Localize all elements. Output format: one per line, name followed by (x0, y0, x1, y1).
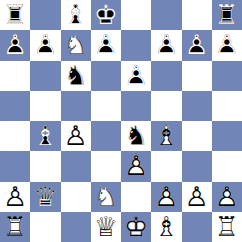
piece-glyph-outline: ♗ (30, 121, 60, 151)
piece-glyph-outline: ♙ (182, 30, 212, 60)
chess-board-container: ♜♖♝♗♚♔♜♖♟♙♟♙♞♘♟♙♟♙♟♙♟♙♞♘♟♙♝♗♟♙♞♘♝♗♟♙♟♙♛♕… (0, 0, 242, 242)
square-b1[interactable] (30, 212, 60, 242)
square-c2[interactable] (61, 182, 91, 212)
square-d2[interactable]: ♞♘ (91, 182, 121, 212)
piece-glyph-outline: ♘ (61, 30, 91, 60)
piece-glyph-outline: ♙ (212, 182, 242, 212)
square-f6[interactable] (151, 61, 181, 91)
piece-glyph-outline: ♕ (30, 182, 60, 212)
square-b7[interactable]: ♟♙ (30, 30, 60, 60)
square-g6[interactable] (182, 61, 212, 91)
square-b8[interactable] (30, 0, 60, 30)
square-e3[interactable]: ♟♙ (121, 151, 151, 181)
square-f1[interactable]: ♝♗ (151, 212, 181, 242)
square-f5[interactable] (151, 91, 181, 121)
piece-glyph-outline: ♕ (91, 212, 121, 242)
square-h5[interactable] (212, 91, 242, 121)
square-g5[interactable] (182, 91, 212, 121)
square-h1[interactable]: ♜♖ (212, 212, 242, 242)
piece-black-bishop[interactable]: ♝♗ (61, 0, 91, 30)
piece-glyph-outline: ♙ (91, 30, 121, 60)
square-c5[interactable] (61, 91, 91, 121)
piece-white-pawn[interactable]: ♟♙ (212, 182, 242, 212)
square-e5[interactable] (121, 91, 151, 121)
piece-white-pawn[interactable]: ♟♙ (61, 121, 91, 151)
piece-black-pawn[interactable]: ♟♙ (0, 30, 30, 60)
square-a4[interactable] (0, 121, 30, 151)
piece-white-rook[interactable]: ♜♖ (0, 212, 30, 242)
square-h3[interactable] (212, 151, 242, 181)
square-d6[interactable] (91, 61, 121, 91)
square-g4[interactable] (182, 121, 212, 151)
piece-black-pawn[interactable]: ♟♙ (121, 61, 151, 91)
square-c4[interactable]: ♟♙ (61, 121, 91, 151)
piece-glyph-outline: ♙ (121, 61, 151, 91)
piece-glyph-outline: ♙ (151, 182, 181, 212)
square-e8[interactable] (121, 0, 151, 30)
square-c1[interactable] (61, 212, 91, 242)
square-h2[interactable]: ♟♙ (212, 182, 242, 212)
square-g3[interactable] (182, 151, 212, 181)
square-c8[interactable]: ♝♗ (61, 0, 91, 30)
square-b3[interactable] (30, 151, 60, 181)
piece-glyph-outline: ♘ (91, 182, 121, 212)
piece-white-queen[interactable]: ♛♕ (91, 212, 121, 242)
square-h7[interactable]: ♟♙ (212, 30, 242, 60)
chess-board: ♜♖♝♗♚♔♜♖♟♙♟♙♞♘♟♙♟♙♟♙♟♙♞♘♟♙♝♗♟♙♞♘♝♗♟♙♟♙♛♕… (0, 0, 242, 242)
square-f8[interactable] (151, 0, 181, 30)
piece-glyph-outline: ♙ (182, 182, 212, 212)
square-f2[interactable]: ♟♙ (151, 182, 181, 212)
piece-black-pawn[interactable]: ♟♙ (182, 30, 212, 60)
square-f3[interactable] (151, 151, 181, 181)
square-a7[interactable]: ♟♙ (0, 30, 30, 60)
square-b5[interactable] (30, 91, 60, 121)
square-d4[interactable] (91, 121, 121, 151)
piece-glyph-outline: ♖ (0, 0, 30, 30)
square-a3[interactable] (0, 151, 30, 181)
square-d5[interactable] (91, 91, 121, 121)
piece-glyph-outline: ♙ (212, 30, 242, 60)
piece-white-pawn[interactable]: ♟♙ (121, 151, 151, 181)
square-h8[interactable]: ♜♖ (212, 0, 242, 30)
piece-black-knight[interactable]: ♞♘ (121, 121, 151, 151)
piece-black-bishop[interactable]: ♝♗ (30, 121, 60, 151)
piece-black-rook[interactable]: ♜♖ (212, 0, 242, 30)
piece-white-pawn[interactable]: ♟♙ (0, 182, 30, 212)
square-a5[interactable] (0, 91, 30, 121)
square-g1[interactable] (182, 212, 212, 242)
piece-black-knight[interactable]: ♞♘ (61, 61, 91, 91)
piece-white-bishop[interactable]: ♝♗ (151, 212, 181, 242)
piece-black-pawn[interactable]: ♟♙ (212, 30, 242, 60)
square-b2[interactable]: ♛♕ (30, 182, 60, 212)
square-e4[interactable]: ♞♘ (121, 121, 151, 151)
square-g8[interactable] (182, 0, 212, 30)
piece-black-pawn[interactable]: ♟♙ (151, 30, 181, 60)
piece-glyph-outline: ♗ (151, 121, 181, 151)
square-b4[interactable]: ♝♗ (30, 121, 60, 151)
square-g2[interactable]: ♟♙ (182, 182, 212, 212)
square-a6[interactable] (0, 61, 30, 91)
piece-glyph-outline: ♗ (151, 212, 181, 242)
square-b6[interactable] (30, 61, 60, 91)
piece-white-knight[interactable]: ♞♘ (91, 182, 121, 212)
square-e6[interactable]: ♟♙ (121, 61, 151, 91)
piece-white-bishop[interactable]: ♝♗ (151, 121, 181, 151)
square-d3[interactable] (91, 151, 121, 181)
piece-glyph-outline: ♙ (151, 30, 181, 60)
square-e2[interactable] (121, 182, 151, 212)
square-c7[interactable]: ♞♘ (61, 30, 91, 60)
square-d8[interactable]: ♚♔ (91, 0, 121, 30)
piece-white-king[interactable]: ♚♔ (121, 212, 151, 242)
piece-black-pawn[interactable]: ♟♙ (30, 30, 60, 60)
piece-glyph-outline: ♖ (212, 212, 242, 242)
piece-glyph-outline: ♘ (121, 121, 151, 151)
square-h6[interactable] (212, 61, 242, 91)
piece-black-rook[interactable]: ♜♖ (0, 0, 30, 30)
piece-black-queen[interactable]: ♛♕ (30, 182, 60, 212)
piece-white-rook[interactable]: ♜♖ (212, 212, 242, 242)
square-a2[interactable]: ♟♙ (0, 182, 30, 212)
square-d1[interactable]: ♛♕ (91, 212, 121, 242)
piece-white-pawn[interactable]: ♟♙ (182, 182, 212, 212)
square-c3[interactable] (61, 151, 91, 181)
piece-glyph-outline: ♙ (0, 30, 30, 60)
piece-glyph-outline: ♙ (30, 30, 60, 60)
piece-black-king[interactable]: ♚♔ (91, 0, 121, 30)
piece-glyph-outline: ♘ (61, 61, 91, 91)
square-d7[interactable]: ♟♙ (91, 30, 121, 60)
piece-glyph-outline: ♔ (91, 0, 121, 30)
square-a1[interactable]: ♜♖ (0, 212, 30, 242)
piece-white-pawn[interactable]: ♟♙ (151, 182, 181, 212)
piece-glyph-outline: ♙ (0, 182, 30, 212)
square-e1[interactable]: ♚♔ (121, 212, 151, 242)
piece-glyph-outline: ♖ (0, 212, 30, 242)
piece-glyph-outline: ♙ (61, 121, 91, 151)
square-f7[interactable]: ♟♙ (151, 30, 181, 60)
square-g7[interactable]: ♟♙ (182, 30, 212, 60)
piece-glyph-outline: ♙ (121, 151, 151, 181)
piece-glyph-outline: ♖ (212, 0, 242, 30)
piece-white-knight[interactable]: ♞♘ (61, 30, 91, 60)
square-a8[interactable]: ♜♖ (0, 0, 30, 30)
square-h4[interactable] (212, 121, 242, 151)
square-e7[interactable] (121, 30, 151, 60)
piece-black-pawn[interactable]: ♟♙ (91, 30, 121, 60)
piece-glyph-outline: ♗ (61, 0, 91, 30)
square-f4[interactable]: ♝♗ (151, 121, 181, 151)
square-c6[interactable]: ♞♘ (61, 61, 91, 91)
piece-glyph-outline: ♔ (121, 212, 151, 242)
